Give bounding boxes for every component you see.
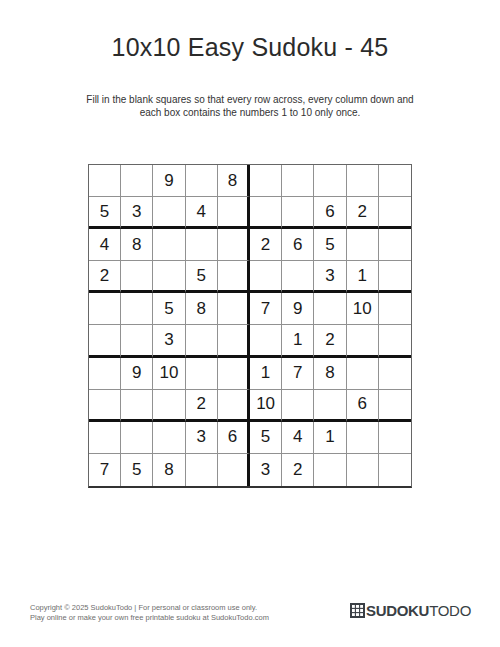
cell-r7c8: 8 (314, 358, 346, 390)
cell-r9c6: 5 (250, 422, 282, 454)
cell-r2c4: 4 (186, 197, 218, 229)
cell-r7c4[interactable] (186, 358, 218, 390)
cell-r3c2: 8 (121, 229, 153, 261)
cell-r8c4: 2 (186, 390, 218, 422)
cell-r1c2[interactable] (121, 165, 153, 197)
cell-r6c5[interactable] (218, 325, 250, 357)
instructions-line-1: Fill in the blank squares so that every … (86, 94, 413, 105)
cell-r7c9[interactable] (347, 358, 379, 390)
logo-text-sudoku: SUDOKU (366, 603, 429, 618)
cell-r9c2[interactable] (121, 422, 153, 454)
cell-r3c7: 6 (282, 229, 314, 261)
cell-r10c5[interactable] (218, 454, 250, 486)
cell-r9c9[interactable] (347, 422, 379, 454)
cell-r5c2[interactable] (121, 293, 153, 325)
cell-r1c9[interactable] (347, 165, 379, 197)
footer: Copyright © 2025 SudokuTodo | For person… (0, 601, 500, 627)
cell-r4c8: 3 (314, 261, 346, 293)
cell-r4c4: 5 (186, 261, 218, 293)
cell-r6c9[interactable] (347, 325, 379, 357)
cell-r2c6[interactable] (250, 197, 282, 229)
cell-r6c7: 1 (282, 325, 314, 357)
cell-r9c1[interactable] (89, 422, 121, 454)
instructions: Fill in the blank squares so that every … (0, 93, 500, 119)
cell-r4c10[interactable] (379, 261, 411, 293)
cell-r7c7: 7 (282, 358, 314, 390)
cell-r10c10[interactable] (379, 454, 411, 486)
cell-r5c9: 10 (347, 293, 379, 325)
cell-r1c8[interactable] (314, 165, 346, 197)
cell-r7c2: 9 (121, 358, 153, 390)
cell-r4c9: 1 (347, 261, 379, 293)
cell-r2c2: 3 (121, 197, 153, 229)
sudoku-board: 9853462482652531587910312910178210636541… (88, 164, 412, 488)
cell-r5c7: 9 (282, 293, 314, 325)
cell-r10c4[interactable] (186, 454, 218, 486)
instructions-line-2: each box contains the numbers 1 to 10 on… (140, 107, 361, 118)
cell-r6c1[interactable] (89, 325, 121, 357)
cell-r1c6[interactable] (250, 165, 282, 197)
cell-r2c7[interactable] (282, 197, 314, 229)
cell-r8c3[interactable] (153, 390, 185, 422)
cell-r6c3: 3 (153, 325, 185, 357)
cell-r1c10[interactable] (379, 165, 411, 197)
cell-r5c6: 7 (250, 293, 282, 325)
cell-r6c8: 2 (314, 325, 346, 357)
cell-r2c10[interactable] (379, 197, 411, 229)
cell-r3c1: 4 (89, 229, 121, 261)
cell-r3c5[interactable] (218, 229, 250, 261)
cell-r4c7[interactable] (282, 261, 314, 293)
cell-r10c2: 5 (121, 454, 153, 486)
cell-r10c9[interactable] (347, 454, 379, 486)
cell-r2c9: 2 (347, 197, 379, 229)
cell-r1c4[interactable] (186, 165, 218, 197)
cell-r10c1: 7 (89, 454, 121, 486)
cell-r8c8[interactable] (314, 390, 346, 422)
cell-r7c3: 10 (153, 358, 185, 390)
cell-r10c8[interactable] (314, 454, 346, 486)
copyright-line-1: Copyright © 2025 SudokuTodo | For person… (30, 603, 257, 612)
cell-r8c7[interactable] (282, 390, 314, 422)
cell-r4c2[interactable] (121, 261, 153, 293)
cell-r9c10[interactable] (379, 422, 411, 454)
cell-r1c1[interactable] (89, 165, 121, 197)
cell-r4c6[interactable] (250, 261, 282, 293)
cell-r9c7: 4 (282, 422, 314, 454)
cell-r8c5[interactable] (218, 390, 250, 422)
cell-r8c2[interactable] (121, 390, 153, 422)
page: 10x10 Easy Sudoku - 45 Fill in the blank… (0, 0, 500, 647)
cell-r5c1[interactable] (89, 293, 121, 325)
copyright-line-2: Play online or make your own free printa… (30, 613, 269, 622)
cell-r9c3[interactable] (153, 422, 185, 454)
cell-r1c7[interactable] (282, 165, 314, 197)
cell-r7c6: 1 (250, 358, 282, 390)
cell-r3c8: 5 (314, 229, 346, 261)
sudoku-grid-icon (350, 603, 366, 618)
cell-r5c5[interactable] (218, 293, 250, 325)
cell-r5c8[interactable] (314, 293, 346, 325)
cell-r4c5[interactable] (218, 261, 250, 293)
cell-r4c3[interactable] (153, 261, 185, 293)
cell-r4c1: 2 (89, 261, 121, 293)
cell-r7c10[interactable] (379, 358, 411, 390)
copyright: Copyright © 2025 SudokuTodo | For person… (30, 603, 269, 622)
cell-r3c10[interactable] (379, 229, 411, 261)
cell-r8c6: 10 (250, 390, 282, 422)
cell-r8c10[interactable] (379, 390, 411, 422)
cell-r10c7: 2 (282, 454, 314, 486)
logo: SUDOKU TODO (350, 603, 471, 618)
cell-r6c10[interactable] (379, 325, 411, 357)
cell-r5c10[interactable] (379, 293, 411, 325)
cell-r6c4[interactable] (186, 325, 218, 357)
page-title: 10x10 Easy Sudoku - 45 (0, 0, 500, 62)
cell-r3c3[interactable] (153, 229, 185, 261)
logo-text-todo: TODO (429, 603, 471, 618)
cell-r6c6[interactable] (250, 325, 282, 357)
cell-r3c4[interactable] (186, 229, 218, 261)
cell-r7c1[interactable] (89, 358, 121, 390)
cell-r3c9[interactable] (347, 229, 379, 261)
cell-r8c9: 6 (347, 390, 379, 422)
cell-r2c1: 5 (89, 197, 121, 229)
cell-r9c8: 1 (314, 422, 346, 454)
cell-r3c6: 2 (250, 229, 282, 261)
cell-r1c3: 9 (153, 165, 185, 197)
cell-r9c5: 6 (218, 422, 250, 454)
cell-r8c1[interactable] (89, 390, 121, 422)
cell-r10c3: 8 (153, 454, 185, 486)
cell-r6c2[interactable] (121, 325, 153, 357)
cell-r10c6: 3 (250, 454, 282, 486)
cell-r9c4: 3 (186, 422, 218, 454)
cell-r5c3: 5 (153, 293, 185, 325)
cell-r1c5: 8 (218, 165, 250, 197)
cell-r2c3[interactable] (153, 197, 185, 229)
cell-r2c8: 6 (314, 197, 346, 229)
cell-r5c4: 8 (186, 293, 218, 325)
cell-r7c5[interactable] (218, 358, 250, 390)
cell-r2c5[interactable] (218, 197, 250, 229)
